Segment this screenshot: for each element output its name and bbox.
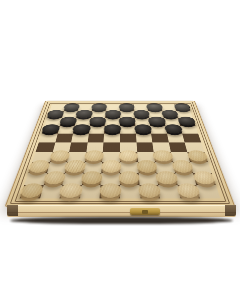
square-f2[interactable] — [120, 173, 139, 185]
black-piece[interactable] — [119, 103, 135, 110]
left-hinge — [7, 205, 18, 216]
black-piece[interactable] — [133, 110, 150, 118]
white-piece[interactable] — [186, 150, 209, 161]
square-c6[interactable] — [71, 134, 88, 143]
square-j7[interactable] — [180, 126, 198, 134]
square-e3[interactable] — [102, 162, 120, 173]
black-piece[interactable] — [91, 103, 107, 110]
square-j6[interactable] — [183, 134, 202, 143]
square-e5[interactable] — [103, 142, 120, 151]
board-front-edge — [7, 205, 236, 217]
white-piece[interactable] — [84, 150, 104, 161]
square-j8[interactable] — [178, 118, 195, 126]
box-lid-seam — [7, 212, 236, 213]
board-grid — [20, 104, 221, 198]
square-g1[interactable] — [139, 185, 160, 198]
square-j1[interactable] — [197, 185, 221, 198]
board-drop-shadow — [10, 217, 233, 224]
square-e9[interactable] — [105, 111, 120, 118]
square-f4[interactable] — [120, 152, 138, 162]
brass-clasp — [130, 208, 160, 215]
white-piece[interactable] — [153, 150, 174, 161]
square-i3[interactable] — [173, 162, 194, 173]
square-d4[interactable] — [85, 152, 103, 162]
black-piece[interactable] — [103, 124, 120, 133]
black-piece[interactable] — [134, 124, 152, 133]
square-j2[interactable] — [193, 173, 215, 185]
black-piece[interactable] — [146, 103, 163, 110]
square-h2[interactable] — [157, 173, 178, 185]
black-piece[interactable] — [177, 117, 196, 125]
square-d8[interactable] — [90, 118, 106, 126]
square-j4[interactable] — [188, 152, 208, 162]
black-piece[interactable] — [105, 110, 121, 118]
photo-stage — [0, 0, 240, 300]
square-g7[interactable] — [135, 126, 151, 134]
square-c7[interactable] — [73, 126, 90, 134]
square-c9[interactable] — [76, 111, 92, 118]
board-perspective-scene — [6, 101, 234, 206]
square-d2[interactable] — [82, 173, 102, 185]
square-g3[interactable] — [138, 162, 157, 173]
square-g5[interactable] — [136, 142, 154, 151]
square-h8[interactable] — [149, 118, 165, 126]
white-piece[interactable] — [99, 183, 121, 198]
white-piece[interactable] — [81, 171, 103, 184]
draughts-board — [6, 101, 234, 206]
square-f8[interactable] — [120, 118, 135, 126]
square-d7[interactable] — [89, 126, 105, 134]
black-piece[interactable] — [119, 117, 136, 125]
square-c3[interactable] — [65, 162, 85, 173]
square-e1[interactable] — [100, 185, 120, 198]
square-g6[interactable] — [136, 134, 153, 143]
square-d1[interactable] — [80, 185, 101, 198]
white-piece[interactable] — [192, 171, 217, 184]
square-f1[interactable] — [120, 185, 140, 198]
square-f7[interactable] — [120, 126, 136, 134]
black-piece[interactable] — [161, 110, 179, 118]
square-e6[interactable] — [104, 134, 120, 143]
black-piece[interactable] — [173, 103, 191, 110]
black-piece[interactable] — [164, 124, 183, 133]
square-i7[interactable] — [165, 126, 182, 134]
square-h4[interactable] — [154, 152, 173, 162]
square-c1[interactable] — [60, 185, 82, 198]
square-h6[interactable] — [151, 134, 168, 143]
square-g9[interactable] — [134, 111, 149, 118]
square-f6[interactable] — [120, 134, 136, 143]
square-e7[interactable] — [104, 126, 120, 134]
square-i9[interactable] — [162, 111, 178, 118]
white-piece[interactable] — [136, 160, 157, 172]
white-piece[interactable] — [101, 160, 122, 172]
white-piece[interactable] — [119, 171, 140, 184]
black-piece[interactable] — [148, 117, 166, 125]
square-d6[interactable] — [88, 134, 105, 143]
square-i1[interactable] — [178, 185, 201, 198]
square-c5[interactable] — [69, 142, 87, 151]
white-piece[interactable] — [138, 183, 161, 198]
right-hinge — [225, 205, 236, 216]
white-piece[interactable] — [119, 150, 139, 161]
black-piece[interactable] — [89, 117, 106, 125]
